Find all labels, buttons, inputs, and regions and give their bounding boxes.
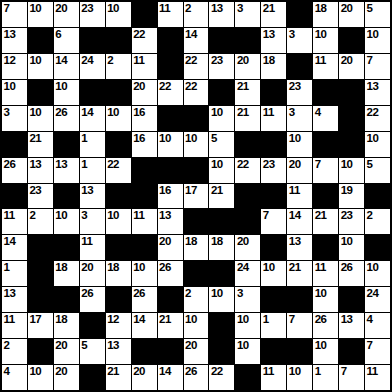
cell-code-number: 23 [81, 2, 93, 15]
cell-code-number: 10 [107, 106, 119, 119]
letter-cell[interactable]: 3 [2, 106, 27, 131]
cell-code-number: 13 [107, 339, 119, 352]
letter-cell[interactable]: 1 [313, 365, 338, 390]
codeword-puzzle: 7102023101121332118205136221413310101210… [0, 0, 392, 392]
letter-cell[interactable]: 4 [2, 365, 27, 390]
cell-code-number: 10 [107, 2, 119, 15]
letter-cell[interactable]: 22 [365, 106, 390, 131]
cell-code-number: 14 [55, 54, 67, 67]
letter-cell[interactable]: 3 [80, 209, 105, 234]
letter-cell[interactable]: 23 [209, 54, 234, 79]
letter-cell[interactable]: 7 [2, 2, 27, 27]
cell-code-number: 13 [263, 28, 275, 41]
letter-cell[interactable]: 13 [365, 80, 390, 105]
cell-code-number: 11 [133, 54, 144, 67]
letter-cell[interactable]: 16 [158, 184, 183, 209]
letter-cell[interactable]: 13 [261, 28, 286, 53]
blocker-cell [339, 80, 364, 105]
letter-cell[interactable]: 10 [28, 54, 53, 79]
letter-cell[interactable]: 1 [2, 261, 27, 286]
cell-code-number: 23 [211, 54, 223, 67]
letter-cell[interactable]: 18 [313, 2, 338, 27]
letter-cell[interactable]: 11 [132, 209, 157, 234]
letter-cell[interactable]: 12 [106, 313, 131, 338]
letter-cell[interactable]: 14 [184, 28, 209, 53]
cell-code-number: 2 [185, 2, 191, 15]
blocker-cell [132, 184, 157, 209]
cell-code-number: 1 [4, 261, 10, 274]
letter-cell[interactable]: 10 [235, 313, 260, 338]
letter-cell[interactable]: 26 [132, 287, 157, 312]
blocker-cell [54, 287, 79, 312]
letter-cell[interactable]: 5 [365, 158, 390, 183]
letter-cell[interactable]: 26 [54, 106, 79, 131]
letter-cell[interactable]: 13 [158, 209, 183, 234]
letter-cell[interactable]: 11 [80, 235, 105, 260]
blocker-cell [184, 209, 209, 234]
cell-code-number: 20 [185, 339, 197, 352]
blocker-cell [106, 132, 131, 157]
cell-code-number: 20 [159, 235, 171, 248]
letter-cell[interactable]: 14 [2, 235, 27, 260]
cell-code-number: 16 [133, 106, 145, 119]
cell-code-number: 14 [185, 28, 197, 41]
cell-code-number: 7 [341, 365, 347, 378]
letter-cell[interactable]: 10 [54, 209, 79, 234]
letter-cell[interactable]: 20 [54, 339, 79, 364]
blocker-cell [209, 313, 234, 338]
letter-cell[interactable]: 4 [365, 313, 390, 338]
letter-cell[interactable]: 7 [287, 313, 312, 338]
cell-code-number: 21 [29, 132, 41, 145]
letter-cell[interactable]: 20 [54, 2, 79, 27]
cell-code-number: 7 [315, 158, 321, 171]
letter-cell[interactable]: 21 [313, 209, 338, 234]
letter-cell[interactable]: 10 [106, 106, 131, 131]
cell-code-number: 10 [29, 54, 41, 67]
cell-code-number: 24 [81, 54, 93, 67]
blocker-cell [80, 313, 105, 338]
letter-cell[interactable]: 11 [365, 365, 390, 390]
letter-cell[interactable]: 19 [339, 184, 364, 209]
letter-cell[interactable]: 18 [261, 54, 286, 79]
cell-code-number: 11 [263, 106, 274, 119]
cell-code-number: 10 [29, 365, 41, 378]
letter-cell[interactable]: 7 [339, 365, 364, 390]
letter-cell[interactable]: 20 [339, 54, 364, 79]
letter-cell[interactable]: 1 [80, 158, 105, 183]
cell-code-number: 20 [55, 365, 67, 378]
cell-code-number: 1 [81, 132, 87, 145]
letter-cell[interactable]: 24 [365, 287, 390, 312]
cell-code-number: 7 [4, 2, 10, 15]
cell-code-number: 18 [185, 235, 197, 248]
letter-cell[interactable]: 21 [235, 106, 260, 131]
letter-cell[interactable]: 3 [287, 28, 312, 53]
letter-cell[interactable]: 13 [209, 2, 234, 27]
blocker-cell [209, 339, 234, 364]
letter-cell[interactable]: 10 [313, 287, 338, 312]
letter-cell[interactable]: 10 [2, 80, 27, 105]
letter-cell[interactable]: 11 [2, 313, 27, 338]
letter-cell[interactable]: 10 [28, 2, 53, 27]
cell-code-number: 21 [289, 261, 301, 274]
letter-cell[interactable]: 13 [2, 287, 27, 312]
letter-cell[interactable]: 26 [313, 313, 338, 338]
cell-code-number: 20 [133, 365, 145, 378]
cell-code-number: 23 [341, 209, 353, 222]
letter-cell[interactable]: 20 [287, 158, 312, 183]
cell-code-number: 3 [4, 106, 10, 119]
blocker-cell [339, 132, 364, 157]
letter-cell[interactable]: 10 [184, 132, 209, 157]
letter-cell[interactable]: 3 [287, 106, 312, 131]
cell-code-number: 26 [185, 365, 197, 378]
cell-code-number: 21 [263, 2, 275, 15]
letter-cell[interactable]: 22 [132, 28, 157, 53]
letter-cell[interactable]: 12 [2, 54, 27, 79]
blocker-cell [2, 184, 27, 209]
blocker-cell [158, 287, 183, 312]
cell-code-number: 16 [133, 132, 145, 145]
letter-cell[interactable]: 23 [80, 2, 105, 27]
letter-cell[interactable]: 26 [158, 261, 183, 286]
cell-code-number: 10 [211, 158, 223, 171]
cell-code-number: 4 [315, 106, 321, 119]
letter-cell[interactable]: 22 [106, 158, 131, 183]
blocker-cell [106, 184, 131, 209]
letter-cell[interactable]: 20 [54, 365, 79, 390]
letter-cell[interactable]: 10 [28, 106, 53, 131]
letter-cell[interactable]: 20 [132, 80, 157, 105]
letter-cell[interactable]: 2 [106, 54, 131, 79]
letter-cell[interactable]: 22 [158, 80, 183, 105]
cell-code-number: 10 [29, 106, 41, 119]
cell-code-number: 26 [315, 313, 327, 326]
blocker-cell [209, 209, 234, 234]
blocker-cell [261, 235, 286, 260]
letter-cell[interactable]: 11 [313, 54, 338, 79]
cell-code-number: 13 [4, 28, 16, 41]
letter-cell[interactable]: 17 [28, 313, 53, 338]
cell-code-number: 1 [315, 365, 321, 378]
letter-cell[interactable]: 1 [261, 313, 286, 338]
letter-cell[interactable]: 5 [209, 132, 234, 157]
letter-cell[interactable]: 16 [132, 132, 157, 157]
cell-code-number: 10 [367, 132, 379, 145]
letter-cell[interactable]: 11 [261, 365, 286, 390]
letter-cell[interactable]: 13 [80, 184, 105, 209]
letter-cell[interactable]: 11 [2, 209, 27, 234]
cell-code-number: 10 [367, 28, 379, 41]
letter-cell[interactable]: 14 [158, 365, 183, 390]
letter-cell[interactable]: 10 [365, 28, 390, 53]
letter-cell[interactable]: 3 [235, 2, 260, 27]
letter-cell[interactable]: 14 [287, 209, 312, 234]
cell-code-number: 11 [4, 209, 15, 222]
cell-code-number: 11 [133, 209, 144, 222]
letter-cell[interactable]: 18 [184, 235, 209, 260]
cell-code-number: 5 [367, 158, 373, 171]
letter-cell[interactable]: 10 [106, 209, 131, 234]
blocker-cell [132, 235, 157, 260]
letter-cell[interactable]: 22 [184, 54, 209, 79]
cell-code-number: 10 [185, 313, 197, 326]
letter-cell[interactable]: 20 [80, 261, 105, 286]
cell-code-number: 26 [341, 261, 353, 274]
letter-cell[interactable]: 18 [54, 313, 79, 338]
cell-code-number: 3 [289, 28, 295, 41]
letter-cell[interactable]: 21 [235, 80, 260, 105]
letter-cell[interactable]: 7 [365, 54, 390, 79]
letter-cell[interactable]: 6 [54, 28, 79, 53]
cell-code-number: 21 [211, 184, 223, 197]
cell-code-number: 3 [81, 209, 87, 222]
letter-cell[interactable]: 10 [28, 365, 53, 390]
letter-cell[interactable]: 10 [106, 2, 131, 27]
letter-cell[interactable]: 7 [261, 209, 286, 234]
letter-cell[interactable]: 26 [2, 158, 27, 183]
blocker-cell [28, 235, 53, 260]
cell-code-number: 20 [55, 339, 67, 352]
letter-cell[interactable]: 10 [339, 158, 364, 183]
letter-cell[interactable]: 11 [261, 106, 286, 131]
cell-code-number: 26 [81, 287, 93, 300]
blocker-cell [80, 80, 105, 105]
cell-code-number: 10 [159, 132, 171, 145]
letter-cell[interactable]: 16 [132, 106, 157, 131]
blocker-cell [235, 184, 260, 209]
letter-cell[interactable]: 10 [54, 80, 79, 105]
cell-code-number: 10 [211, 106, 223, 119]
letter-cell[interactable]: 23 [339, 209, 364, 234]
cell-code-number: 22 [367, 106, 379, 119]
cell-code-number: 10 [55, 209, 67, 222]
cell-code-number: 3 [289, 106, 295, 119]
letter-cell[interactable]: 4 [313, 106, 338, 131]
codeword-grid: 7102023101121332118205136221413310101210… [0, 0, 392, 392]
blocker-cell [28, 287, 53, 312]
blocker-cell [287, 287, 312, 312]
letter-cell[interactable]: 10 [339, 235, 364, 260]
cell-code-number: 10 [341, 235, 353, 248]
letter-cell[interactable]: 26 [339, 261, 364, 286]
cell-code-number: 11 [315, 54, 326, 67]
cell-code-number: 10 [185, 132, 197, 145]
letter-cell[interactable]: 13 [28, 158, 53, 183]
letter-cell[interactable]: 24 [235, 261, 260, 286]
cell-code-number: 6 [55, 28, 61, 41]
letter-cell[interactable]: 10 [287, 365, 312, 390]
letter-cell[interactable]: 2 [2, 339, 27, 364]
blocker-cell [261, 287, 286, 312]
letter-cell[interactable]: 23 [261, 158, 286, 183]
cell-code-number: 10 [315, 287, 327, 300]
letter-cell[interactable]: 22 [235, 158, 260, 183]
blocker-cell [261, 339, 286, 364]
cell-code-number: 26 [4, 158, 16, 171]
letter-cell[interactable]: 22 [184, 80, 209, 105]
blocker-cell [158, 28, 183, 53]
letter-cell[interactable]: 10 [365, 261, 390, 286]
letter-cell[interactable]: 7 [313, 158, 338, 183]
letter-cell[interactable]: 10 [209, 287, 234, 312]
letter-cell[interactable]: 2 [28, 209, 53, 234]
cell-code-number: 21 [237, 106, 249, 119]
cell-code-number: 16 [159, 184, 171, 197]
cell-code-number: 2 [4, 339, 10, 352]
cell-code-number: 14 [4, 235, 16, 248]
cell-code-number: 19 [341, 184, 353, 197]
blocker-cell [209, 261, 234, 286]
letter-cell[interactable]: 23 [287, 80, 312, 105]
letter-cell[interactable]: 11 [287, 184, 312, 209]
letter-cell[interactable]: 3 [235, 287, 260, 312]
letter-cell[interactable]: 26 [184, 365, 209, 390]
blocker-cell [28, 261, 53, 286]
letter-cell[interactable]: 14 [132, 313, 157, 338]
blocker-cell [313, 235, 338, 260]
cell-code-number: 11 [4, 313, 15, 326]
cell-code-number: 18 [55, 313, 67, 326]
blocker-cell [339, 339, 364, 364]
blocker-cell [339, 28, 364, 53]
letter-cell[interactable]: 13 [287, 235, 312, 260]
letter-cell[interactable]: 1 [80, 132, 105, 157]
letter-cell[interactable]: 18 [106, 261, 131, 286]
letter-cell[interactable]: 20 [235, 235, 260, 260]
blocker-cell [184, 158, 209, 183]
blocker-cell [158, 54, 183, 79]
letter-cell[interactable]: 21 [28, 132, 53, 157]
cell-code-number: 22 [211, 365, 223, 378]
blocker-cell [132, 339, 157, 364]
letter-cell[interactable]: 20 [132, 365, 157, 390]
blocker-cell [132, 2, 157, 27]
blocker-cell [235, 132, 260, 157]
cell-code-number: 11 [315, 261, 326, 274]
letter-cell[interactable]: 10 [313, 339, 338, 364]
letter-cell[interactable]: 2 [365, 209, 390, 234]
blocker-cell [80, 365, 105, 390]
blocker-cell [339, 106, 364, 131]
cell-code-number: 13 [159, 209, 171, 222]
letter-cell[interactable]: 2 [184, 287, 209, 312]
blocker-cell [54, 184, 79, 209]
cell-code-number: 10 [133, 261, 145, 274]
cell-code-number: 13 [211, 2, 223, 15]
letter-cell[interactable]: 10 [184, 313, 209, 338]
blocker-cell [106, 80, 131, 105]
blocker-cell [158, 106, 183, 131]
letter-cell[interactable]: 7 [365, 339, 390, 364]
blocker-cell [235, 209, 260, 234]
letter-cell[interactable]: 10 [209, 158, 234, 183]
letter-cell[interactable]: 10 [287, 132, 312, 157]
blocker-cell [287, 2, 312, 27]
cell-code-number: 20 [341, 2, 353, 15]
letter-cell[interactable]: 10 [313, 28, 338, 53]
cell-code-number: 23 [289, 80, 301, 93]
cell-code-number: 7 [289, 313, 295, 326]
letter-cell[interactable]: 26 [80, 287, 105, 312]
letter-cell[interactable]: 5 [80, 339, 105, 364]
cell-code-number: 13 [289, 235, 301, 248]
letter-cell[interactable]: 20 [158, 235, 183, 260]
cell-code-number: 14 [81, 106, 93, 119]
letter-cell[interactable]: 10 [261, 261, 286, 286]
letter-cell[interactable]: 20 [339, 2, 364, 27]
letter-cell[interactable]: 10 [209, 106, 234, 131]
blocker-cell [235, 365, 260, 390]
letter-cell[interactable]: 11 [132, 54, 157, 79]
letter-cell[interactable]: 13 [54, 158, 79, 183]
cell-code-number: 12 [4, 54, 16, 67]
letter-cell[interactable]: 10 [158, 132, 183, 157]
letter-cell[interactable]: 10 [365, 132, 390, 157]
cell-code-number: 12 [107, 313, 119, 326]
letter-cell[interactable]: 21 [209, 184, 234, 209]
cell-code-number: 10 [341, 158, 353, 171]
cell-code-number: 14 [159, 365, 171, 378]
letter-cell[interactable]: 5 [365, 2, 390, 27]
letter-cell[interactable]: 13 [2, 28, 27, 53]
letter-cell[interactable]: 21 [158, 313, 183, 338]
letter-cell[interactable]: 10 [235, 339, 260, 364]
letter-cell[interactable]: 17 [184, 184, 209, 209]
cell-code-number: 10 [55, 80, 67, 93]
letter-cell[interactable]: 13 [106, 339, 131, 364]
cell-code-number: 22 [185, 54, 197, 67]
letter-cell[interactable]: 20 [235, 54, 260, 79]
cell-code-number: 7 [367, 339, 373, 352]
letter-cell[interactable]: 20 [184, 339, 209, 364]
cell-code-number: 14 [133, 313, 145, 326]
cell-code-number: 7 [263, 209, 269, 222]
letter-cell[interactable]: 10 [132, 261, 157, 286]
cell-code-number: 22 [237, 158, 249, 171]
blocker-cell [209, 80, 234, 105]
letter-cell[interactable]: 21 [261, 2, 286, 27]
letter-cell[interactable]: 14 [80, 106, 105, 131]
letter-cell[interactable]: 11 [313, 261, 338, 286]
cell-code-number: 20 [237, 235, 249, 248]
letter-cell[interactable]: 21 [106, 365, 131, 390]
letter-cell[interactable]: 22 [209, 365, 234, 390]
cell-code-number: 23 [263, 158, 275, 171]
letter-cell[interactable]: 23 [28, 184, 53, 209]
letter-cell[interactable]: 11 [158, 2, 183, 27]
blocker-cell [287, 339, 312, 364]
letter-cell[interactable]: 24 [80, 54, 105, 79]
blocker-cell [313, 80, 338, 105]
cell-code-number: 1 [81, 158, 87, 171]
letter-cell[interactable]: 2 [184, 2, 209, 27]
letter-cell[interactable]: 13 [339, 313, 364, 338]
cell-code-number: 10 [315, 339, 327, 352]
cell-code-number: 20 [341, 54, 353, 67]
letter-cell[interactable]: 18 [209, 235, 234, 260]
letter-cell[interactable]: 14 [54, 54, 79, 79]
cell-code-number: 10 [289, 365, 301, 378]
cell-code-number: 4 [367, 313, 373, 326]
cell-code-number: 10 [367, 261, 379, 274]
letter-cell[interactable]: 21 [287, 261, 312, 286]
letter-cell[interactable]: 18 [54, 261, 79, 286]
cell-code-number: 18 [263, 54, 275, 67]
blocker-cell [365, 184, 390, 209]
cell-code-number: 4 [4, 365, 10, 378]
